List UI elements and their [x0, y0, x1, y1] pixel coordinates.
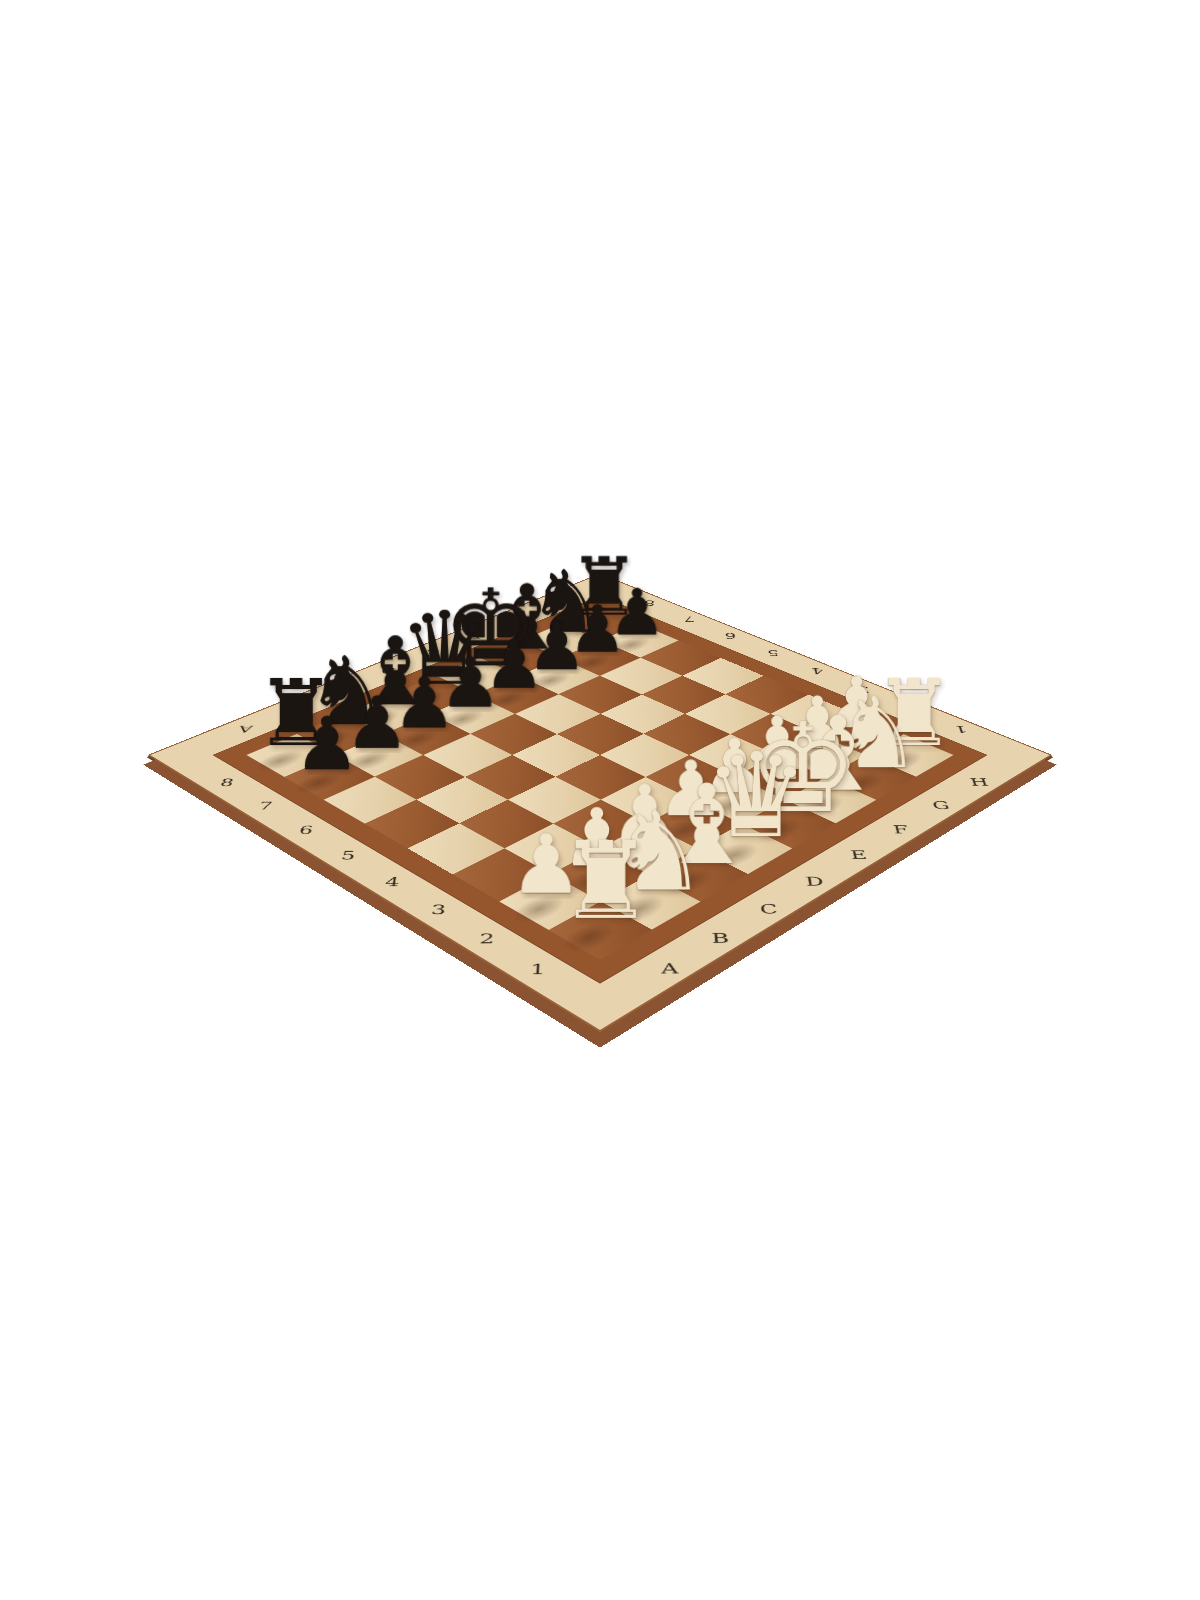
rank-label-left-4: 4 — [377, 874, 406, 889]
rank-label-right-6: 6 — [719, 631, 742, 640]
file-label-near-b: B — [705, 930, 735, 946]
file-label-near-g: G — [926, 799, 955, 812]
rank-label-right-5: 5 — [761, 648, 784, 657]
rank-label-right-7: 7 — [678, 615, 700, 624]
rank-label-left-6: 6 — [291, 823, 320, 836]
file-label-near-a: A — [655, 960, 685, 977]
file-label-near-e: E — [844, 848, 873, 862]
rank-label-left-5: 5 — [333, 848, 362, 862]
rank-label-left-3: 3 — [423, 902, 453, 917]
file-label-near-h: H — [965, 776, 994, 788]
rank-label-left-8: 8 — [212, 776, 241, 788]
rank-label-left-1: 1 — [523, 960, 553, 977]
file-label-near-c: C — [753, 902, 783, 917]
chess-board: ♜♞♝♛♚♝♞♜♟♟♟♟♟♟♟♟♟♟♟♟♟♟♟♟♜♞♝♛♚♝♞♜ AABBCCD… — [147, 573, 1052, 1032]
file-label-near-d: D — [800, 874, 830, 889]
file-label-near-f: F — [886, 823, 915, 836]
rank-label-left-2: 2 — [472, 930, 502, 946]
photo-canvas: ♜♞♝♛♚♝♞♜♟♟♟♟♟♟♟♟♟♟♟♟♟♟♟♟♜♞♝♛♚♝♞♜ AABBCCD… — [0, 0, 1200, 1600]
piece-black-pawn[interactable]: ♟ — [294, 707, 358, 780]
rank-label-left-7: 7 — [251, 799, 280, 812]
piece-white-rook[interactable]: ♜ — [558, 828, 631, 935]
